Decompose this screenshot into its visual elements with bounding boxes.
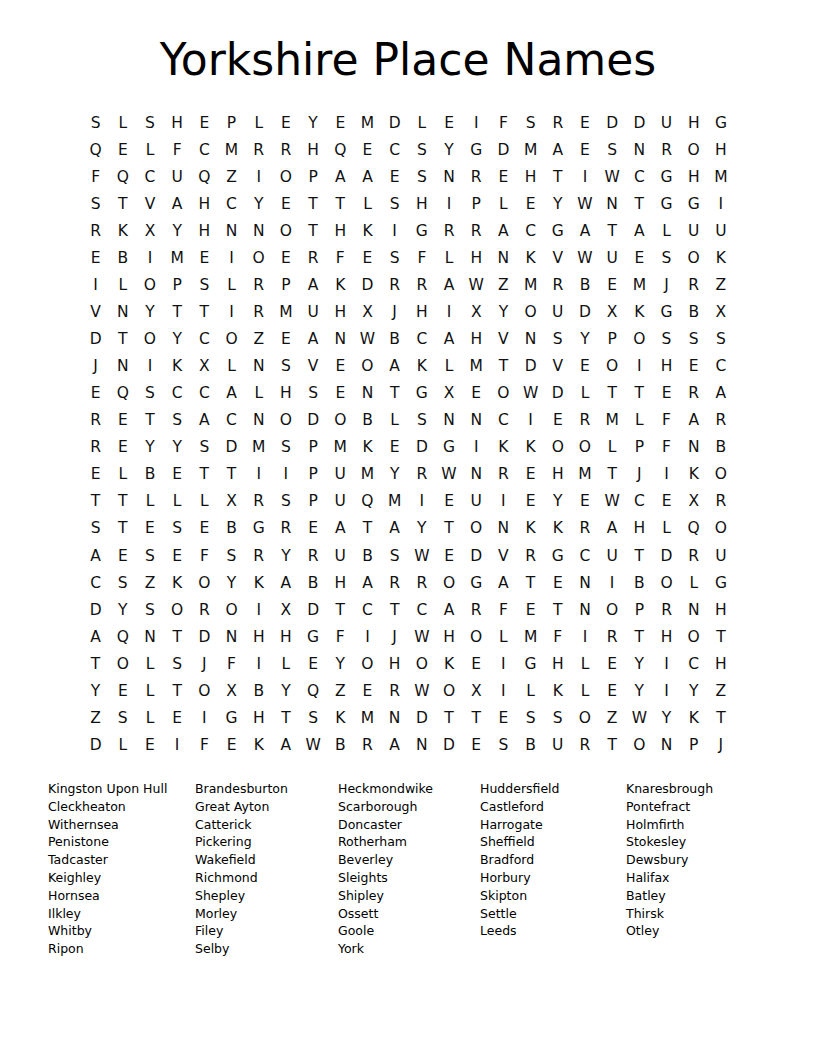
- grid-cell: H: [707, 597, 734, 624]
- grid-cell: E: [109, 408, 136, 435]
- grid-cell: T: [327, 597, 354, 624]
- grid-cell: O: [571, 435, 598, 462]
- grid-cell: L: [653, 218, 680, 245]
- grid-cell: E: [381, 164, 408, 191]
- grid-cell: T: [544, 164, 571, 191]
- grid-cell: G: [218, 705, 245, 732]
- grid-cell: Q: [327, 137, 354, 164]
- grid-cell: N: [354, 380, 381, 407]
- grid-cell: F: [191, 543, 218, 570]
- grid-cell: N: [245, 218, 272, 245]
- grid-cell: F: [327, 245, 354, 272]
- grid-cell: Q: [109, 624, 136, 651]
- grid-cell: E: [109, 678, 136, 705]
- grid-cell: C: [218, 408, 245, 435]
- grid-cell: S: [272, 353, 299, 380]
- grid-cell: S: [707, 326, 734, 353]
- grid-cell: G: [680, 191, 707, 218]
- grid-cell: E: [164, 705, 191, 732]
- grid-cell: H: [680, 164, 707, 191]
- grid-cell: H: [463, 245, 490, 272]
- grid-cell: L: [109, 272, 136, 299]
- grid-cell: I: [571, 164, 598, 191]
- grid-cell: W: [408, 678, 435, 705]
- grid-cell: U: [327, 462, 354, 489]
- grid-cell: E: [653, 380, 680, 407]
- grid-cell: J: [82, 353, 109, 380]
- grid-cell: L: [136, 651, 163, 678]
- grid-cell: A: [218, 380, 245, 407]
- word-list-item: Morley: [195, 905, 338, 923]
- word-list-item: Penistone: [48, 833, 195, 851]
- grid-cell: N: [680, 597, 707, 624]
- grid-cell: S: [164, 651, 191, 678]
- grid-cell: H: [300, 137, 327, 164]
- grid-cell: L: [653, 516, 680, 543]
- grid-cell: Z: [136, 570, 163, 597]
- grid-cell: S: [191, 272, 218, 299]
- grid-cell: E: [463, 380, 490, 407]
- grid-cell: E: [136, 732, 163, 759]
- grid-cell: F: [490, 597, 517, 624]
- grid-cell: E: [191, 245, 218, 272]
- grid-cell: J: [653, 272, 680, 299]
- grid-cell: E: [300, 651, 327, 678]
- grid-cell: T: [272, 705, 299, 732]
- word-list-item: Thirsk: [626, 905, 778, 923]
- word-list-item: Doncaster: [338, 816, 480, 834]
- grid-cell: N: [463, 462, 490, 489]
- grid-cell: D: [381, 110, 408, 137]
- grid-cell: S: [109, 705, 136, 732]
- grid-cell: W: [408, 624, 435, 651]
- grid-cell: I: [599, 570, 626, 597]
- grid-cell: K: [680, 705, 707, 732]
- grid-cell: Y: [544, 191, 571, 218]
- grid-cell: Y: [164, 218, 191, 245]
- grid-cell: X: [463, 678, 490, 705]
- grid-cell: E: [435, 543, 462, 570]
- grid-cell: S: [517, 110, 544, 137]
- grid-cell: D: [408, 435, 435, 462]
- grid-cell: O: [463, 516, 490, 543]
- grid-cell: L: [245, 110, 272, 137]
- grid-cell: E: [599, 651, 626, 678]
- grid-cell: T: [381, 380, 408, 407]
- grid-cell: B: [571, 272, 598, 299]
- grid-cell: U: [707, 218, 734, 245]
- grid-cell: V: [82, 299, 109, 326]
- grid-cell: S: [490, 732, 517, 759]
- grid-cell: E: [327, 353, 354, 380]
- grid-cell: E: [191, 516, 218, 543]
- grid-cell: T: [435, 516, 462, 543]
- grid-cell: P: [300, 164, 327, 191]
- word-list: Kingston Upon HullCleckheatonWithernseaP…: [48, 780, 778, 958]
- grid-cell: R: [272, 137, 299, 164]
- grid-cell: H: [544, 462, 571, 489]
- grid-cell: A: [272, 732, 299, 759]
- grid-cell: W: [599, 164, 626, 191]
- grid-cell: K: [544, 678, 571, 705]
- grid-cell: O: [653, 570, 680, 597]
- grid-cell: M: [517, 137, 544, 164]
- word-list-item: Ossett: [338, 905, 480, 923]
- grid-cell: O: [164, 597, 191, 624]
- grid-cell: B: [245, 678, 272, 705]
- grid-cell: O: [218, 597, 245, 624]
- grid-cell: I: [191, 705, 218, 732]
- word-list-item: Bradford: [480, 851, 626, 869]
- grid-cell: J: [191, 651, 218, 678]
- grid-cell: M: [245, 435, 272, 462]
- grid-cell: R: [707, 489, 734, 516]
- word-list-column: KnaresbroughPontefractHolmfirthStokesley…: [626, 780, 778, 958]
- grid-cell: K: [245, 570, 272, 597]
- grid-cell: O: [517, 299, 544, 326]
- grid-cell: E: [517, 462, 544, 489]
- grid-cell: T: [599, 462, 626, 489]
- grid-cell: W: [435, 462, 462, 489]
- grid-cell: M: [571, 462, 598, 489]
- grid-cell: A: [272, 570, 299, 597]
- grid-cell: Y: [408, 516, 435, 543]
- grid-cell: T: [109, 489, 136, 516]
- grid-cell: A: [680, 408, 707, 435]
- grid-cell: Y: [218, 570, 245, 597]
- grid-cell: N: [218, 624, 245, 651]
- grid-cell: K: [354, 435, 381, 462]
- grid-cell: E: [490, 705, 517, 732]
- word-list-item: Sheffield: [480, 833, 626, 851]
- grid-cell: R: [82, 435, 109, 462]
- grid-cell: L: [435, 245, 462, 272]
- grid-cell: F: [408, 245, 435, 272]
- word-list-item: Horbury: [480, 869, 626, 887]
- grid-cell: L: [109, 110, 136, 137]
- grid-cell: N: [109, 353, 136, 380]
- grid-cell: P: [626, 597, 653, 624]
- grid-cell: E: [435, 110, 462, 137]
- grid-cell: O: [191, 678, 218, 705]
- grid-cell: T: [463, 705, 490, 732]
- grid-cell: J: [626, 462, 653, 489]
- grid-cell: I: [218, 299, 245, 326]
- grid-cell: O: [272, 164, 299, 191]
- grid-cell: S: [136, 543, 163, 570]
- grid-cell: T: [300, 191, 327, 218]
- word-list-item: Ripon: [48, 940, 195, 958]
- grid-cell: K: [517, 435, 544, 462]
- grid-cell: R: [381, 678, 408, 705]
- grid-cell: S: [408, 164, 435, 191]
- grid-cell: E: [218, 732, 245, 759]
- word-list-item: Shipley: [338, 887, 480, 905]
- grid-cell: N: [435, 408, 462, 435]
- grid-cell: T: [300, 218, 327, 245]
- grid-cell: H: [327, 299, 354, 326]
- grid-cell: C: [408, 597, 435, 624]
- grid-cell: R: [245, 137, 272, 164]
- grid-cell: S: [82, 516, 109, 543]
- grid-cell: Z: [707, 678, 734, 705]
- grid-cell: L: [626, 408, 653, 435]
- grid-cell: J: [381, 299, 408, 326]
- grid-cell: A: [381, 732, 408, 759]
- word-list-item: Settle: [480, 905, 626, 923]
- grid-cell: D: [300, 408, 327, 435]
- grid-cell: H: [707, 651, 734, 678]
- grid-cell: L: [571, 678, 598, 705]
- grid-cell: Y: [136, 299, 163, 326]
- grid-cell: I: [490, 489, 517, 516]
- grid-cell: R: [653, 597, 680, 624]
- grid-cell: F: [653, 435, 680, 462]
- grid-cell: T: [191, 299, 218, 326]
- grid-cell: R: [463, 218, 490, 245]
- grid-cell: O: [599, 353, 626, 380]
- grid-cell: A: [599, 516, 626, 543]
- grid-cell: L: [136, 678, 163, 705]
- grid-cell: T: [599, 732, 626, 759]
- grid-cell: N: [435, 164, 462, 191]
- word-list-item: York: [338, 940, 480, 958]
- grid-cell: M: [463, 353, 490, 380]
- grid-cell: E: [300, 516, 327, 543]
- grid-cell: S: [82, 191, 109, 218]
- grid-cell: H: [272, 624, 299, 651]
- grid-cell: B: [517, 732, 544, 759]
- word-list-column: BrandesburtonGreat AytonCatterickPickeri…: [195, 780, 338, 958]
- grid-cell: U: [463, 489, 490, 516]
- grid-cell: Z: [82, 705, 109, 732]
- grid-cell: E: [327, 110, 354, 137]
- grid-cell: T: [626, 624, 653, 651]
- grid-cell: E: [272, 245, 299, 272]
- grid-cell: R: [272, 516, 299, 543]
- grid-cell: M: [354, 110, 381, 137]
- grid-cell: R: [408, 570, 435, 597]
- grid-cell: I: [272, 462, 299, 489]
- grid-cell: G: [544, 543, 571, 570]
- grid-cell: X: [707, 299, 734, 326]
- grid-cell: C: [218, 191, 245, 218]
- grid-cell: T: [381, 597, 408, 624]
- grid-cell: R: [707, 408, 734, 435]
- grid-cell: H: [626, 516, 653, 543]
- grid-cell: C: [191, 326, 218, 353]
- grid-cell: N: [653, 732, 680, 759]
- grid-cell: A: [490, 218, 517, 245]
- page-title: Yorkshire Place Names: [0, 34, 816, 85]
- grid-cell: W: [626, 705, 653, 732]
- grid-cell: B: [680, 299, 707, 326]
- word-list-column: HeckmondwikeScarboroughDoncasterRotherha…: [338, 780, 480, 958]
- grid-cell: L: [109, 462, 136, 489]
- grid-cell: E: [272, 191, 299, 218]
- grid-cell: I: [490, 678, 517, 705]
- grid-cell: O: [544, 435, 571, 462]
- word-list-item: Scarborough: [338, 798, 480, 816]
- grid-cell: B: [109, 245, 136, 272]
- grid-cell: O: [599, 597, 626, 624]
- grid-cell: A: [300, 326, 327, 353]
- grid-cell: Q: [191, 164, 218, 191]
- grid-cell: Y: [490, 299, 517, 326]
- grid-cell: K: [354, 218, 381, 245]
- grid-cell: D: [82, 732, 109, 759]
- grid-cell: N: [490, 245, 517, 272]
- grid-cell: R: [82, 218, 109, 245]
- grid-cell: Y: [626, 678, 653, 705]
- word-list-item: Leeds: [480, 922, 626, 940]
- grid-cell: I: [571, 624, 598, 651]
- grid-cell: O: [272, 218, 299, 245]
- grid-cell: X: [680, 489, 707, 516]
- grid-cell: I: [245, 462, 272, 489]
- grid-cell: M: [626, 272, 653, 299]
- grid-cell: B: [354, 543, 381, 570]
- word-list-item: Wakefield: [195, 851, 338, 869]
- grid-cell: S: [653, 245, 680, 272]
- grid-cell: I: [435, 299, 462, 326]
- grid-cell: Z: [218, 164, 245, 191]
- grid-cell: T: [490, 353, 517, 380]
- grid-cell: A: [435, 326, 462, 353]
- word-list-item: Goole: [338, 922, 480, 940]
- grid-cell: O: [435, 678, 462, 705]
- grid-cell: M: [707, 164, 734, 191]
- grid-cell: W: [463, 272, 490, 299]
- grid-cell: C: [82, 570, 109, 597]
- grid-cell: K: [435, 651, 462, 678]
- word-list-item: Stokesley: [626, 833, 778, 851]
- grid-cell: E: [82, 380, 109, 407]
- grid-cell: E: [191, 110, 218, 137]
- grid-cell: N: [245, 408, 272, 435]
- grid-cell: G: [653, 164, 680, 191]
- grid-cell: I: [653, 462, 680, 489]
- grid-cell: C: [571, 543, 598, 570]
- grid-cell: O: [707, 516, 734, 543]
- grid-cell: V: [300, 353, 327, 380]
- grid-cell: R: [191, 597, 218, 624]
- grid-cell: U: [599, 245, 626, 272]
- grid-cell: A: [354, 164, 381, 191]
- grid-cell: K: [408, 353, 435, 380]
- grid-cell: K: [109, 218, 136, 245]
- grid-cell: R: [82, 408, 109, 435]
- grid-cell: E: [571, 110, 598, 137]
- grid-cell: X: [218, 489, 245, 516]
- grid-cell: W: [517, 380, 544, 407]
- grid-cell: P: [463, 191, 490, 218]
- grid-cell: Q: [300, 678, 327, 705]
- grid-cell: R: [653, 137, 680, 164]
- grid-cell: O: [272, 408, 299, 435]
- word-list-item: Selby: [195, 940, 338, 958]
- grid-cell: C: [354, 597, 381, 624]
- grid-cell: A: [381, 516, 408, 543]
- grid-cell: E: [272, 326, 299, 353]
- grid-cell: E: [490, 164, 517, 191]
- grid-cell: V: [490, 326, 517, 353]
- grid-cell: R: [490, 462, 517, 489]
- grid-cell: E: [544, 570, 571, 597]
- grid-cell: Y: [626, 651, 653, 678]
- grid-cell: P: [680, 732, 707, 759]
- grid-cell: D: [82, 597, 109, 624]
- word-list-item: Brandesburton: [195, 780, 338, 798]
- grid-cell: H: [680, 110, 707, 137]
- grid-cell: A: [435, 597, 462, 624]
- grid-cell: E: [599, 272, 626, 299]
- grid-cell: N: [680, 435, 707, 462]
- grid-cell: R: [680, 380, 707, 407]
- grid-cell: H: [435, 624, 462, 651]
- grid-cell: U: [544, 299, 571, 326]
- grid-cell: T: [626, 543, 653, 570]
- grid-cell: J: [381, 624, 408, 651]
- grid-cell: K: [626, 299, 653, 326]
- grid-cell: D: [435, 732, 462, 759]
- grid-cell: N: [109, 299, 136, 326]
- grid-cell: A: [707, 380, 734, 407]
- grid-cell: S: [164, 516, 191, 543]
- grid-cell: L: [191, 489, 218, 516]
- grid-cell: F: [490, 110, 517, 137]
- grid-cell: T: [218, 462, 245, 489]
- grid-cell: E: [272, 110, 299, 137]
- grid-cell: T: [109, 516, 136, 543]
- grid-cell: S: [109, 570, 136, 597]
- grid-cell: H: [191, 191, 218, 218]
- grid-cell: N: [327, 326, 354, 353]
- grid-cell: H: [463, 326, 490, 353]
- grid-cell: K: [680, 462, 707, 489]
- grid-cell: Q: [354, 489, 381, 516]
- grid-cell: S: [136, 110, 163, 137]
- grid-cell: S: [300, 705, 327, 732]
- grid-cell: N: [571, 570, 598, 597]
- grid-cell: G: [707, 110, 734, 137]
- grid-cell: K: [164, 353, 191, 380]
- grid-cell: I: [136, 245, 163, 272]
- grid-cell: K: [707, 245, 734, 272]
- grid-cell: D: [544, 380, 571, 407]
- grid-cell: N: [381, 705, 408, 732]
- grid-cell: Z: [245, 326, 272, 353]
- grid-cell: G: [408, 380, 435, 407]
- grid-cell: E: [544, 408, 571, 435]
- grid-cell: R: [435, 218, 462, 245]
- grid-cell: Y: [82, 678, 109, 705]
- grid-cell: E: [571, 353, 598, 380]
- grid-cell: N: [599, 191, 626, 218]
- grid-cell: S: [191, 435, 218, 462]
- grid-cell: D: [218, 435, 245, 462]
- grid-cell: R: [245, 272, 272, 299]
- grid-cell: C: [191, 137, 218, 164]
- grid-cell: E: [463, 651, 490, 678]
- grid-cell: K: [517, 516, 544, 543]
- grid-cell: Q: [109, 380, 136, 407]
- grid-cell: E: [653, 489, 680, 516]
- grid-cell: B: [381, 326, 408, 353]
- grid-cell: F: [82, 164, 109, 191]
- grid-cell: L: [245, 380, 272, 407]
- grid-cell: L: [571, 651, 598, 678]
